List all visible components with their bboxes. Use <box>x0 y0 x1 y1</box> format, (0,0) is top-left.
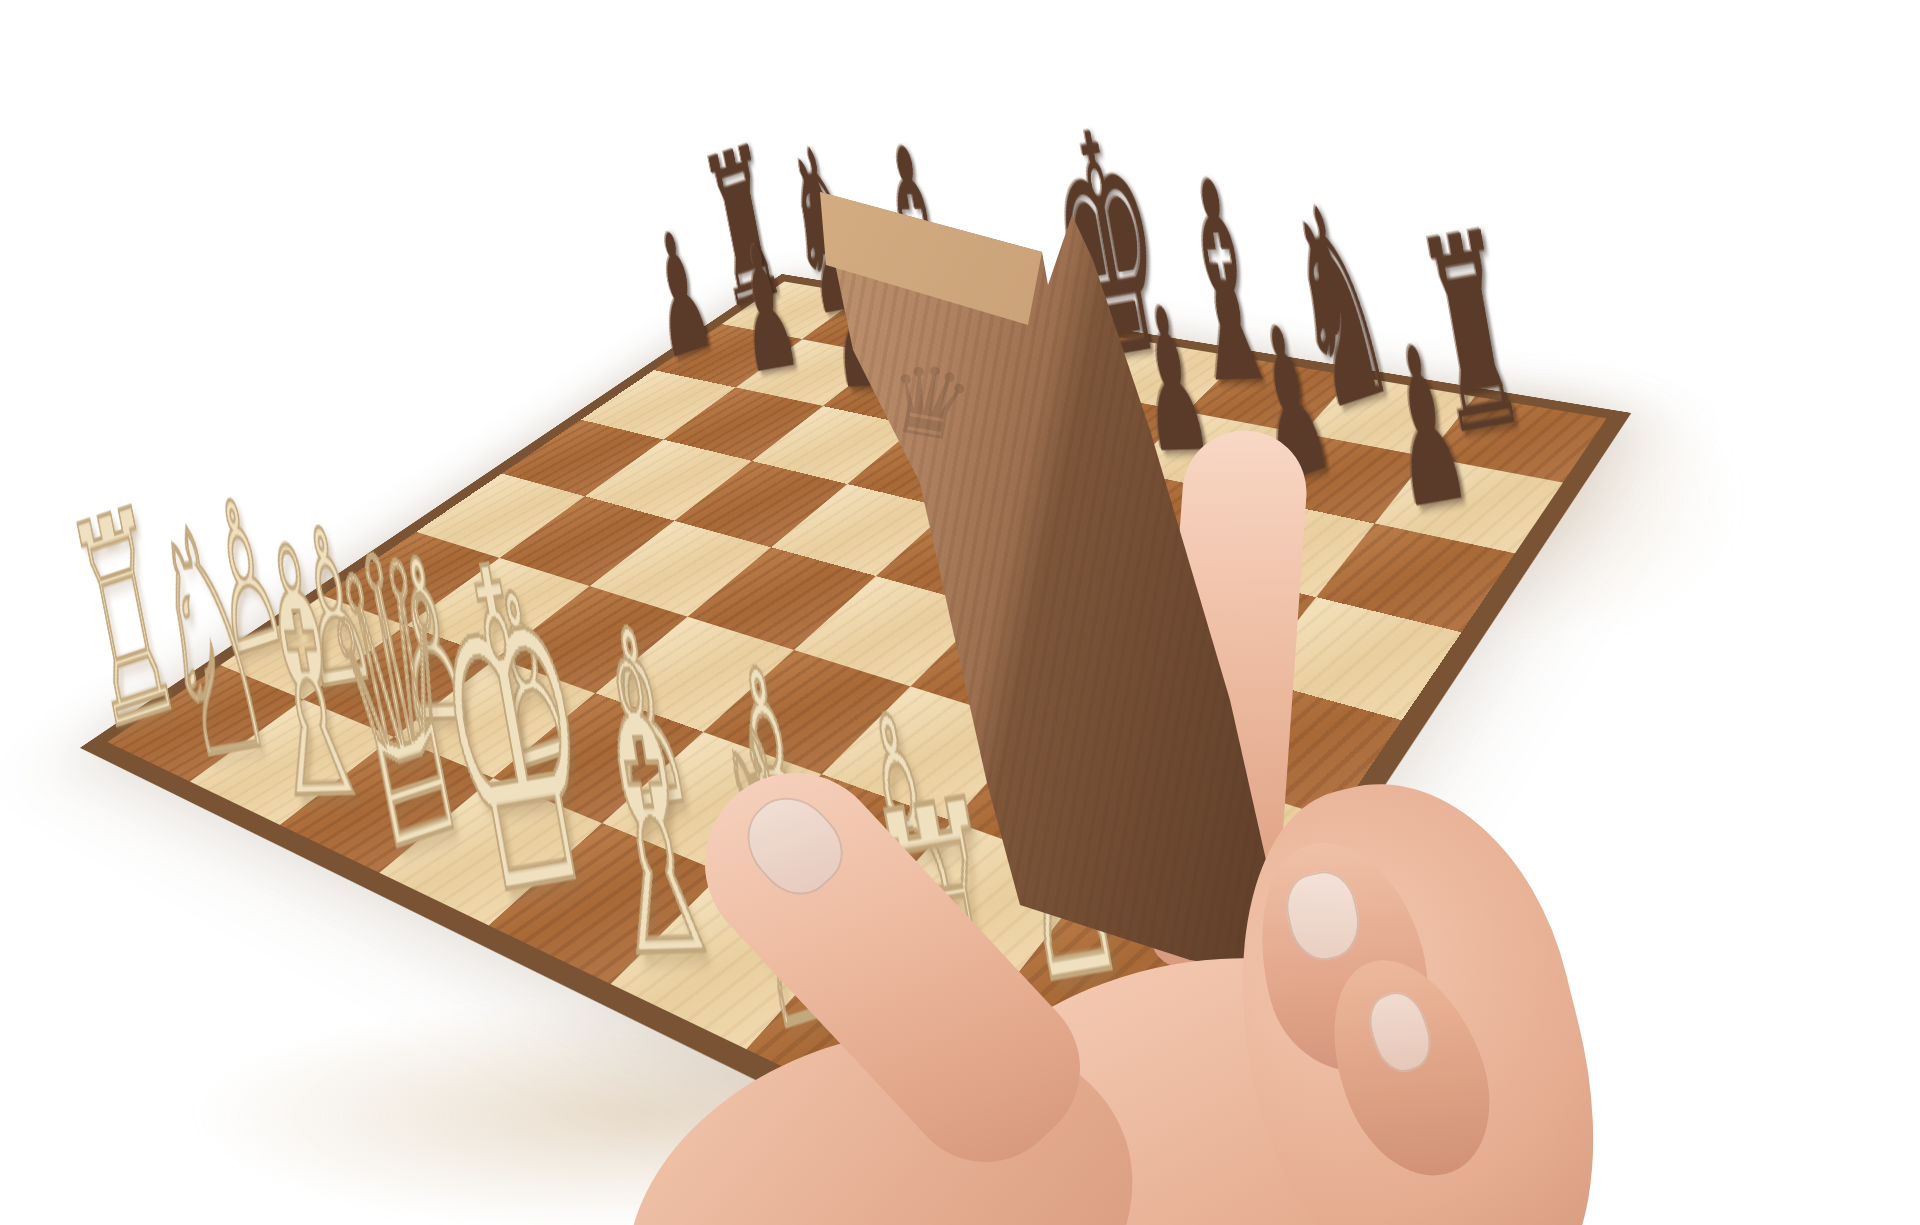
square-h7: ♟ <box>1375 457 1563 553</box>
photo-chess-scene: ♜♞♝♚♝♞♜♟♟♟♟♟♟♟♟♙♙♙♙♙♙♙♙♖♘♗♕♔♗♘♖ ♛ <box>0 0 1920 1225</box>
